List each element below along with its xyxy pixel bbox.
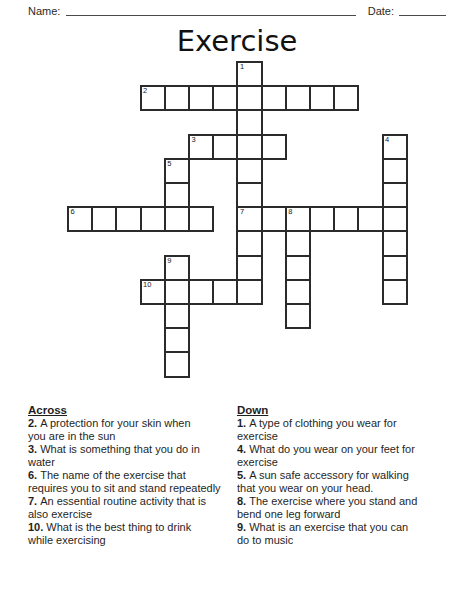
clue-text: The name of the exercise that requires y… <box>28 469 221 494</box>
cell-r10c10[interactable] <box>285 279 311 305</box>
cell-r2c10[interactable] <box>285 85 311 111</box>
cell-r2c6[interactable] <box>188 85 214 111</box>
worksheet-page: Name: Date: Exercise 12345678910 Across … <box>0 0 474 613</box>
clue-number-label: 9. <box>237 521 246 533</box>
cell-r1c8[interactable]: 1 <box>236 61 262 87</box>
across-clue-6: 6.The name of the exercise that requires… <box>28 469 237 495</box>
cell-r6c8[interactable] <box>236 182 262 208</box>
cell-r4c6[interactable]: 3 <box>188 134 214 160</box>
down-clue-9: 9.What is an exercise that you can do to… <box>237 521 446 547</box>
cell-r6c14[interactable] <box>382 182 408 208</box>
down-header: Down <box>237 404 446 417</box>
cell-r7c1[interactable]: 6 <box>67 206 93 232</box>
cell-r4c14[interactable]: 4 <box>382 134 408 160</box>
across-clue-2: 2.A protection for your skin when you ar… <box>28 417 237 443</box>
cell-r2c12[interactable] <box>333 85 359 111</box>
cell-r2c11[interactable] <box>309 85 335 111</box>
crossword-grid: 12345678910 <box>0 0 474 400</box>
cell-r13c5[interactable] <box>164 351 190 377</box>
cell-r10c6[interactable] <box>188 279 214 305</box>
across-clue-10: 10.What is the best thing to drink while… <box>28 521 237 547</box>
across-header: Across <box>28 404 237 417</box>
cell-r5c8[interactable] <box>236 158 262 184</box>
cell-r7c11[interactable] <box>309 206 335 232</box>
clue-text: What do you wear on your feet for exerci… <box>237 443 415 468</box>
cell-r7c3[interactable] <box>115 206 141 232</box>
cell-r9c5[interactable]: 9 <box>164 255 190 281</box>
across-clue-7: 7.An essential routine activity that is … <box>28 495 237 521</box>
clue-text: A sun safe accessory for walking that yo… <box>237 469 409 494</box>
cell-r5c5[interactable]: 5 <box>164 158 190 184</box>
clue-number-2: 2 <box>143 87 147 96</box>
clue-text: The exercise where you stand and bend on… <box>237 495 417 520</box>
cell-r3c8[interactable] <box>236 109 262 135</box>
cell-r2c8[interactable] <box>236 85 262 111</box>
clue-number-label: 2. <box>28 417 37 429</box>
cell-r4c9[interactable] <box>261 134 287 160</box>
across-clue-3: 3.What is something that you do in water <box>28 443 237 469</box>
down-clues-column: Down 1.A type of clothing you wear for e… <box>237 404 446 547</box>
clue-number-4: 4 <box>385 136 389 145</box>
cell-r2c4[interactable]: 2 <box>140 85 166 111</box>
clue-text: A protection for your skin when you are … <box>28 417 191 442</box>
cell-r8c14[interactable] <box>382 230 408 256</box>
cell-r10c14[interactable] <box>382 279 408 305</box>
cell-r4c8[interactable] <box>236 134 262 160</box>
clue-number-label: 8. <box>237 495 246 507</box>
cell-r9c10[interactable] <box>285 255 311 281</box>
cell-r10c8[interactable] <box>236 279 262 305</box>
clue-number-5: 5 <box>167 160 171 169</box>
clue-number-7: 7 <box>240 208 244 217</box>
cell-r9c14[interactable] <box>382 255 408 281</box>
down-clue-8: 8.The exercise where you stand and bend … <box>237 495 446 521</box>
cell-r7c9[interactable] <box>261 206 287 232</box>
cell-r11c5[interactable] <box>164 303 190 329</box>
clue-text: A type of clothing you wear for exercise <box>237 417 397 442</box>
clue-text: What is something that you do in water <box>28 443 200 468</box>
clue-number-label: 7. <box>28 495 37 507</box>
cell-r4c7[interactable] <box>212 134 238 160</box>
across-clues-column: Across 2.A protection for your skin when… <box>28 404 237 547</box>
cell-r5c14[interactable] <box>382 158 408 184</box>
cell-r8c10[interactable] <box>285 230 311 256</box>
clue-number-label: 5. <box>237 469 246 481</box>
down-clues-list: 1.A type of clothing you wear for exerci… <box>237 417 446 547</box>
cell-r10c7[interactable] <box>212 279 238 305</box>
cell-r11c10[interactable] <box>285 303 311 329</box>
clue-number-label: 4. <box>237 443 246 455</box>
cell-r7c2[interactable] <box>91 206 117 232</box>
clue-text: What is an exercise that you can do to m… <box>237 521 408 546</box>
cell-r8c8[interactable] <box>236 230 262 256</box>
cell-r2c5[interactable] <box>164 85 190 111</box>
cell-r7c5[interactable] <box>164 206 190 232</box>
clue-number-label: 6. <box>28 469 37 481</box>
cell-r7c8[interactable]: 7 <box>236 206 262 232</box>
clue-number-6: 6 <box>71 208 75 217</box>
clue-number-3: 3 <box>192 136 196 145</box>
down-clue-5: 5.A sun safe accessory for walking that … <box>237 469 446 495</box>
cell-r10c4[interactable]: 10 <box>140 279 166 305</box>
cell-r7c6[interactable] <box>188 206 214 232</box>
cell-r7c14[interactable] <box>382 206 408 232</box>
clue-number-label: 10. <box>28 521 43 533</box>
down-clue-1: 1.A type of clothing you wear for exerci… <box>237 417 446 443</box>
cell-r7c12[interactable] <box>333 206 359 232</box>
clue-number-label: 3. <box>28 443 37 455</box>
clue-number-10: 10 <box>143 281 151 290</box>
clue-text: What is the best thing to drink while ex… <box>28 521 191 546</box>
cell-r2c9[interactable] <box>261 85 287 111</box>
clue-number-9: 9 <box>167 257 171 266</box>
cell-r7c13[interactable] <box>357 206 383 232</box>
cell-r2c7[interactable] <box>212 85 238 111</box>
clue-number-label: 1. <box>237 417 246 429</box>
cell-r10c5[interactable] <box>164 279 190 305</box>
cell-r9c8[interactable] <box>236 255 262 281</box>
clue-number-8: 8 <box>288 208 292 217</box>
clue-number-1: 1 <box>240 63 244 72</box>
cell-r7c4[interactable] <box>140 206 166 232</box>
cell-r7c10[interactable]: 8 <box>285 206 311 232</box>
cell-r6c5[interactable] <box>164 182 190 208</box>
clue-text: An essential routine activity that is al… <box>28 495 206 520</box>
across-clues-list: 2.A protection for your skin when you ar… <box>28 417 237 547</box>
clues-section: Across 2.A protection for your skin when… <box>28 404 446 547</box>
cell-r12c5[interactable] <box>164 327 190 353</box>
down-clue-4: 4.What do you wear on your feet for exer… <box>237 443 446 469</box>
